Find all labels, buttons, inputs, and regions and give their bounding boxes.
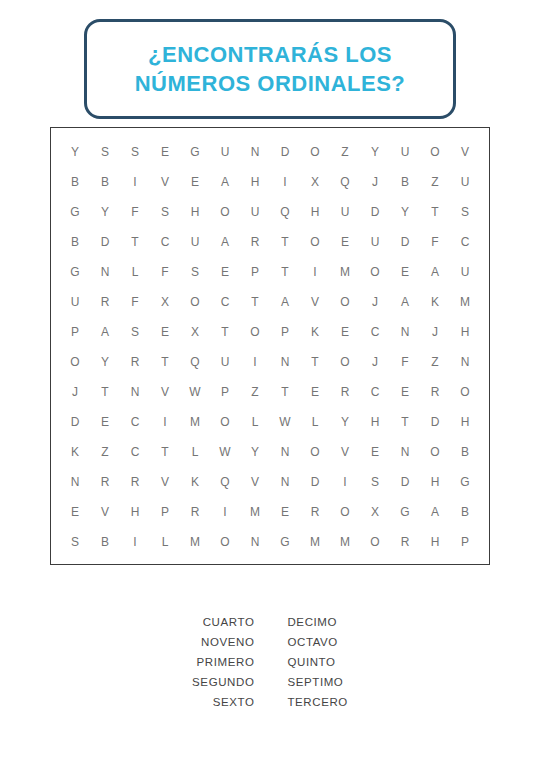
- grid-cell[interactable]: B: [60, 167, 90, 197]
- word-list-item: QUINTO: [287, 652, 347, 672]
- grid-cell[interactable]: N: [270, 437, 300, 467]
- grid-cell[interactable]: H: [240, 167, 270, 197]
- grid-cell[interactable]: S: [120, 317, 150, 347]
- grid-cell[interactable]: O: [210, 407, 240, 437]
- grid-cell[interactable]: U: [330, 197, 360, 227]
- grid-cell[interactable]: E: [60, 497, 90, 527]
- word-list-item: CUARTO: [192, 612, 254, 632]
- grid-cell[interactable]: T: [270, 257, 300, 287]
- grid-cell[interactable]: M: [180, 407, 210, 437]
- grid-cell[interactable]: R: [120, 467, 150, 497]
- grid-cell[interactable]: R: [390, 527, 420, 557]
- grid-cell[interactable]: P: [270, 317, 300, 347]
- grid-cell[interactable]: M: [300, 527, 330, 557]
- grid-cell[interactable]: Y: [60, 137, 90, 167]
- grid-cell[interactable]: J: [60, 377, 90, 407]
- grid-cell[interactable]: D: [60, 407, 90, 437]
- grid-cell[interactable]: T: [90, 377, 120, 407]
- grid-cell[interactable]: N: [240, 137, 270, 167]
- grid-cell[interactable]: D: [300, 467, 330, 497]
- grid-cell[interactable]: L: [240, 407, 270, 437]
- grid-cell[interactable]: U: [60, 287, 90, 317]
- grid-cell[interactable]: S: [150, 197, 180, 227]
- grid-cell[interactable]: R: [240, 227, 270, 257]
- worksheet-page: ¿ENCONTRARÁS LOS NÚMEROS ORDINALES? YSSE…: [0, 0, 540, 780]
- grid-cell[interactable]: Q: [210, 467, 240, 497]
- grid-cell[interactable]: C: [150, 227, 180, 257]
- page-title-line1: ¿ENCONTRARÁS LOS: [148, 40, 392, 69]
- grid-cell[interactable]: D: [390, 467, 420, 497]
- grid-cell[interactable]: D: [270, 137, 300, 167]
- grid-cell[interactable]: A: [210, 167, 240, 197]
- grid-cell[interactable]: G: [390, 497, 420, 527]
- grid-cell[interactable]: I: [330, 467, 360, 497]
- grid-cell[interactable]: M: [330, 257, 360, 287]
- grid-cell[interactable]: O: [300, 227, 330, 257]
- grid-cell[interactable]: J: [420, 317, 450, 347]
- grid-cell[interactable]: N: [240, 527, 270, 557]
- grid-cell[interactable]: S: [60, 527, 90, 557]
- grid-cell[interactable]: S: [120, 137, 150, 167]
- grid-cell[interactable]: A: [420, 257, 450, 287]
- grid-cell[interactable]: U: [240, 197, 270, 227]
- grid-cell[interactable]: O: [300, 437, 330, 467]
- grid-cell[interactable]: E: [90, 407, 120, 437]
- grid-cell[interactable]: H: [180, 197, 210, 227]
- grid-cell[interactable]: T: [120, 227, 150, 257]
- grid-cell[interactable]: U: [210, 137, 240, 167]
- grid-cell[interactable]: C: [120, 437, 150, 467]
- grid-cell[interactable]: T: [210, 317, 240, 347]
- grid-cell[interactable]: V: [450, 137, 480, 167]
- grid-cell[interactable]: R: [90, 467, 120, 497]
- grid-cell[interactable]: Z: [90, 437, 120, 467]
- grid-cell[interactable]: D: [90, 227, 120, 257]
- grid-cell[interactable]: T: [240, 287, 270, 317]
- grid-cell[interactable]: C: [360, 377, 390, 407]
- word-list-item: DECIMO: [287, 612, 347, 632]
- grid-cell[interactable]: U: [390, 137, 420, 167]
- grid-cell[interactable]: I: [300, 257, 330, 287]
- grid-cell[interactable]: A: [210, 227, 240, 257]
- grid-cell[interactable]: K: [420, 287, 450, 317]
- grid-cell[interactable]: H: [420, 467, 450, 497]
- grid-cell[interactable]: A: [90, 317, 120, 347]
- grid-cell[interactable]: Q: [180, 347, 210, 377]
- grid-cell[interactable]: V: [240, 467, 270, 497]
- grid-cell[interactable]: J: [360, 347, 390, 377]
- grid-cell[interactable]: P: [450, 527, 480, 557]
- grid-cell[interactable]: G: [450, 467, 480, 497]
- grid-cell[interactable]: O: [330, 287, 360, 317]
- grid-cell[interactable]: U: [450, 257, 480, 287]
- grid-cell[interactable]: T: [270, 377, 300, 407]
- grid-cell[interactable]: B: [90, 527, 120, 557]
- grid-cell[interactable]: T: [270, 227, 300, 257]
- word-search-board: YSSEGUNDOZYUOVBBIVEAHIXQJBZUGYFSHOUQHUDY…: [50, 127, 490, 565]
- grid-cell[interactable]: T: [300, 347, 330, 377]
- grid-cell[interactable]: S: [360, 467, 390, 497]
- grid-cell[interactable]: K: [60, 437, 90, 467]
- grid-cell[interactable]: V: [90, 497, 120, 527]
- grid-cell[interactable]: R: [90, 287, 120, 317]
- grid-cell[interactable]: O: [300, 137, 330, 167]
- grid-cell[interactable]: Q: [270, 197, 300, 227]
- grid-cell[interactable]: H: [360, 407, 390, 437]
- page-title-line2: NÚMEROS ORDINALES?: [135, 69, 406, 98]
- word-list-right-column: DECIMOOCTAVOQUINTOSEPTIMOTERCERO: [287, 612, 347, 712]
- grid-cell[interactable]: T: [150, 347, 180, 377]
- grid-cell[interactable]: X: [300, 167, 330, 197]
- grid-cell[interactable]: F: [120, 197, 150, 227]
- grid-cell[interactable]: M: [450, 287, 480, 317]
- grid-cell[interactable]: O: [210, 527, 240, 557]
- grid-cell[interactable]: H: [300, 197, 330, 227]
- grid-cell[interactable]: I: [240, 347, 270, 377]
- grid-cell[interactable]: O: [180, 287, 210, 317]
- grid-cell[interactable]: K: [180, 467, 210, 497]
- word-list-item: SEGUNDO: [192, 672, 254, 692]
- grid-cell[interactable]: X: [150, 287, 180, 317]
- grid-cell[interactable]: E: [180, 167, 210, 197]
- grid-cell[interactable]: V: [150, 377, 180, 407]
- grid-cell[interactable]: B: [450, 497, 480, 527]
- grid-cell[interactable]: A: [270, 287, 300, 317]
- grid-cell[interactable]: T: [390, 407, 420, 437]
- grid-cell[interactable]: N: [450, 347, 480, 377]
- word-list-item: OCTAVO: [287, 632, 347, 652]
- word-list-item: SEXTO: [192, 692, 254, 712]
- grid-cell[interactable]: E: [330, 317, 360, 347]
- grid-cell[interactable]: O: [420, 437, 450, 467]
- grid-cell[interactable]: E: [390, 257, 420, 287]
- grid-cell[interactable]: B: [390, 167, 420, 197]
- grid-cell[interactable]: P: [150, 497, 180, 527]
- grid-cell[interactable]: P: [240, 257, 270, 287]
- grid-cell[interactable]: X: [180, 317, 210, 347]
- grid-cell[interactable]: F: [150, 257, 180, 287]
- grid-cell[interactable]: R: [330, 377, 360, 407]
- grid-cell[interactable]: L: [300, 407, 330, 437]
- grid-cell[interactable]: T: [150, 437, 180, 467]
- grid-cell[interactable]: P: [210, 377, 240, 407]
- grid-cell[interactable]: U: [450, 167, 480, 197]
- grid-cell[interactable]: O: [330, 347, 360, 377]
- grid-cell[interactable]: Y: [330, 407, 360, 437]
- grid-cell[interactable]: Y: [90, 197, 120, 227]
- grid-cell[interactable]: I: [120, 167, 150, 197]
- grid-cell[interactable]: C: [450, 227, 480, 257]
- grid-cell[interactable]: T: [420, 197, 450, 227]
- grid-cell[interactable]: O: [360, 527, 390, 557]
- grid-cell[interactable]: V: [330, 437, 360, 467]
- grid-cell[interactable]: Z: [420, 347, 450, 377]
- grid-cell[interactable]: B: [60, 227, 90, 257]
- grid-cell[interactable]: D: [420, 407, 450, 437]
- grid-cell[interactable]: G: [270, 527, 300, 557]
- grid-cell[interactable]: O: [210, 197, 240, 227]
- grid-cell[interactable]: O: [420, 137, 450, 167]
- grid-cell[interactable]: Z: [420, 167, 450, 197]
- grid-cell[interactable]: V: [150, 467, 180, 497]
- grid-cell[interactable]: L: [120, 257, 150, 287]
- grid-cell[interactable]: O: [330, 497, 360, 527]
- grid-cell[interactable]: W: [210, 437, 240, 467]
- grid-cell[interactable]: K: [300, 317, 330, 347]
- grid-cell[interactable]: M: [330, 527, 360, 557]
- grid-cell[interactable]: W: [180, 377, 210, 407]
- grid-cell[interactable]: E: [270, 497, 300, 527]
- grid-cell[interactable]: E: [150, 137, 180, 167]
- grid-cell[interactable]: H: [450, 407, 480, 437]
- grid-cell[interactable]: O: [240, 317, 270, 347]
- grid-cell[interactable]: N: [90, 257, 120, 287]
- grid-cell[interactable]: R: [180, 497, 210, 527]
- grid-cell[interactable]: R: [300, 497, 330, 527]
- grid-cell[interactable]: N: [270, 467, 300, 497]
- grid-cell[interactable]: H: [120, 497, 150, 527]
- grid-cell[interactable]: A: [390, 287, 420, 317]
- grid-cell[interactable]: I: [270, 167, 300, 197]
- grid-cell[interactable]: J: [360, 287, 390, 317]
- grid-cell[interactable]: B: [90, 167, 120, 197]
- grid-cell[interactable]: A: [420, 497, 450, 527]
- grid-cell[interactable]: I: [150, 407, 180, 437]
- grid-cell[interactable]: O: [60, 347, 90, 377]
- grid-cell[interactable]: W: [270, 407, 300, 437]
- grid-cell[interactable]: C: [360, 317, 390, 347]
- grid-cell[interactable]: Y: [240, 437, 270, 467]
- grid-cell[interactable]: Y: [390, 197, 420, 227]
- grid-cell[interactable]: M: [240, 497, 270, 527]
- grid-cell[interactable]: N: [270, 347, 300, 377]
- grid-cell[interactable]: N: [390, 317, 420, 347]
- word-list-item: NOVENO: [192, 632, 254, 652]
- grid-cell[interactable]: Z: [240, 377, 270, 407]
- title-box: ¿ENCONTRARÁS LOS NÚMEROS ORDINALES?: [84, 19, 456, 119]
- grid-cell[interactable]: G: [60, 197, 90, 227]
- grid-cell[interactable]: N: [120, 377, 150, 407]
- grid-cell[interactable]: U: [210, 347, 240, 377]
- grid-cell[interactable]: I: [210, 497, 240, 527]
- grid-cell[interactable]: E: [360, 437, 390, 467]
- grid-cell[interactable]: E: [210, 257, 240, 287]
- grid-cell[interactable]: M: [180, 527, 210, 557]
- grid-cell[interactable]: C: [120, 407, 150, 437]
- grid-cell[interactable]: Y: [90, 347, 120, 377]
- grid-cell[interactable]: N: [60, 467, 90, 497]
- grid-cell[interactable]: G: [180, 137, 210, 167]
- grid-cell[interactable]: H: [420, 527, 450, 557]
- grid-cell[interactable]: U: [360, 227, 390, 257]
- grid-cell[interactable]: R: [120, 347, 150, 377]
- grid-cell[interactable]: Y: [360, 137, 390, 167]
- grid-cell[interactable]: R: [420, 377, 450, 407]
- grid-cell[interactable]: S: [180, 257, 210, 287]
- word-list-item: SEPTIMO: [287, 672, 347, 692]
- grid-cell[interactable]: L: [150, 527, 180, 557]
- grid-cell[interactable]: O: [450, 377, 480, 407]
- grid-cell[interactable]: S: [90, 137, 120, 167]
- word-list-left-column: CUARTONOVENOPRIMEROSEGUNDOSEXTO: [192, 612, 254, 712]
- grid-cell[interactable]: I: [120, 527, 150, 557]
- grid-cell[interactable]: F: [420, 227, 450, 257]
- grid-cell[interactable]: P: [60, 317, 90, 347]
- grid-cell[interactable]: G: [60, 257, 90, 287]
- grid-cell[interactable]: V: [300, 287, 330, 317]
- grid-cell[interactable]: E: [330, 227, 360, 257]
- grid-cell[interactable]: O: [360, 257, 390, 287]
- grid-cell[interactable]: E: [390, 377, 420, 407]
- word-list-item: TERCERO: [287, 692, 347, 712]
- grid-cell[interactable]: J: [360, 167, 390, 197]
- grid-cell[interactable]: L: [180, 437, 210, 467]
- grid-cell[interactable]: X: [360, 497, 390, 527]
- grid-cell[interactable]: S: [450, 197, 480, 227]
- grid-cell[interactable]: E: [300, 377, 330, 407]
- grid-cell[interactable]: Z: [330, 137, 360, 167]
- grid-cell[interactable]: E: [150, 317, 180, 347]
- grid-cell[interactable]: C: [210, 287, 240, 317]
- word-list-item: PRIMERO: [192, 652, 254, 672]
- grid-cell[interactable]: D: [360, 197, 390, 227]
- grid-cell[interactable]: N: [390, 437, 420, 467]
- grid-cell[interactable]: F: [390, 347, 420, 377]
- grid-cell[interactable]: H: [450, 317, 480, 347]
- grid-cell[interactable]: Q: [330, 167, 360, 197]
- word-list: CUARTONOVENOPRIMEROSEGUNDOSEXTO DECIMOOC…: [0, 612, 540, 712]
- letter-grid: YSSEGUNDOZYUOVBBIVEAHIXQJBZUGYFSHOUQHUDY…: [60, 137, 480, 557]
- grid-cell[interactable]: D: [390, 227, 420, 257]
- grid-cell[interactable]: V: [150, 167, 180, 197]
- grid-cell[interactable]: F: [120, 287, 150, 317]
- grid-cell[interactable]: B: [450, 437, 480, 467]
- grid-cell[interactable]: U: [180, 227, 210, 257]
